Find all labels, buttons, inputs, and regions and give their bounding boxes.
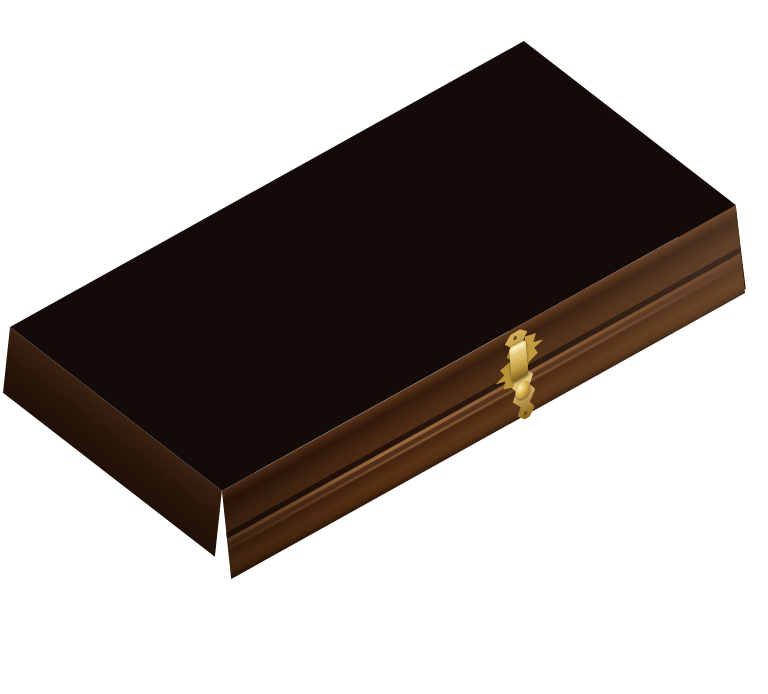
- product-photo-scene: [0, 0, 768, 694]
- clasp-right-wing: [524, 326, 545, 363]
